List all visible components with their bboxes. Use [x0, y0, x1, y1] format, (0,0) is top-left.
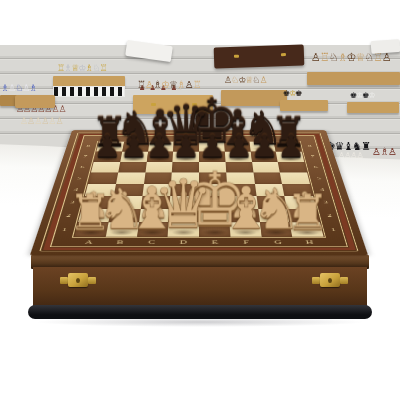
rank-label-6: 6 — [74, 162, 90, 173]
silhouette-red-row-piece-icon: ♗ — [380, 146, 388, 157]
file-label-d: D — [167, 239, 199, 246]
file-label-h: H — [293, 239, 326, 246]
file-label-b: B — [104, 239, 137, 246]
shelf-right-b: ♚♔♚♔ — [350, 92, 375, 100]
white-knight-g1[interactable]: ♞ — [252, 183, 302, 236]
black-pawn-g7[interactable]: ♟ — [251, 132, 279, 162]
file-label-e: E — [199, 239, 231, 246]
square-c7[interactable]: ♟ — [146, 151, 173, 161]
square-g1[interactable]: ♞ — [259, 222, 292, 236]
square-h7[interactable]: ♟ — [276, 151, 304, 161]
shelf-right-b-piece-icon: ♔ — [369, 91, 375, 100]
rank-label-7: 7 — [78, 151, 93, 161]
silhouette-red-row: ♙♗♙ — [372, 147, 396, 157]
rank-label-5: 5 — [71, 173, 87, 184]
square-b7[interactable]: ♟ — [120, 151, 148, 161]
file-label-a: A — [72, 239, 105, 246]
square-b6[interactable] — [118, 162, 146, 173]
square-a6[interactable] — [91, 162, 120, 173]
silhouette-red-row-piece-icon: ♙ — [388, 146, 396, 157]
black-pawn-a7[interactable]: ♟ — [93, 132, 121, 162]
chess-board-scene: ABCDEFGH ABCDEFGH 87654321 87654321 ♜♞♝♛… — [54, 39, 344, 329]
mini-set-blue-piece-icon: ♗ — [29, 83, 36, 93]
rank-label-6: 6 — [308, 162, 324, 173]
rank-label-5: 5 — [311, 173, 327, 184]
silhouette-red-row-piece-icon: ♙ — [372, 146, 380, 157]
white-knight-b1[interactable]: ♞ — [96, 183, 146, 236]
square-g7[interactable]: ♟ — [250, 151, 278, 161]
black-pawn-h7[interactable]: ♟ — [277, 132, 305, 162]
wrap-right — [371, 39, 400, 54]
file-label-g: G — [262, 239, 295, 246]
chess-board: ABCDEFGH ABCDEFGH 87654321 87654321 ♜♞♝♛… — [30, 130, 368, 255]
rank-label-7: 7 — [305, 151, 320, 161]
black-pawn-b7[interactable]: ♟ — [119, 132, 147, 162]
file-labels-near: ABCDEFGH — [72, 239, 326, 246]
black-pawn-c7[interactable]: ♟ — [146, 132, 174, 162]
square-g6[interactable] — [252, 162, 280, 173]
square-b1[interactable]: ♞ — [106, 222, 139, 236]
shop-scene: ♗♙♘♙♗♖♗♕♔♗♘♖♟♙♟♙♟♙♟♙♙♖♘♗♔♕♘♖♙♖♙♗♔♕♗♙♖♙♘♔… — [0, 0, 400, 400]
small-box-left — [15, 95, 55, 108]
mini-set-blue: ♗♙♘♙♗ — [1, 84, 36, 93]
file-label-f: F — [230, 239, 262, 246]
square-a7[interactable]: ♟ — [94, 151, 122, 161]
wood-set-top-right-piece-icon: ♕ — [355, 51, 364, 64]
shelf-right-b-shelf — [347, 102, 399, 113]
board-grid: ♜♞♝♛♚♝♞♜♟♟♟♟♟♟♟♟♟♟♟♟♟♟♟♟♜♞♝♛♚♝♞♜ — [74, 142, 323, 237]
file-label-c: C — [135, 239, 167, 246]
square-h6[interactable] — [278, 162, 307, 173]
